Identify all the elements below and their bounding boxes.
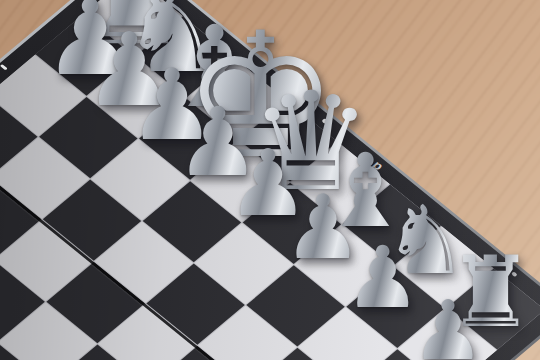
pieces-layer: ♜♞♝♛♚♝♞♜♟♟♟♟♟♟♟♟ <box>0 0 540 360</box>
piece-white-p-a2[interactable]: ♟ <box>407 290 490 360</box>
chessboard-photo-scene: p ♜♞♝♛♚♝♞♜♟♟♟♟♟♟♟♟ <box>0 0 540 360</box>
